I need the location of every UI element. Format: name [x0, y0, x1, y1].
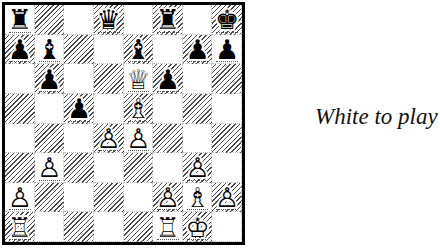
piece-white-rook: ♖ — [156, 213, 180, 242]
chess-board: ♜♛♜♚♟♝♝♟♟♟♕♟♟♗♙♙♙♙♙♙♗♙♖♖♔ — [2, 2, 245, 245]
square-f1[interactable]: ♖ — [153, 212, 183, 242]
square-g5[interactable] — [183, 94, 213, 124]
square-e2[interactable] — [124, 183, 154, 213]
piece-white-pawn: ♙ — [185, 153, 209, 182]
square-h8[interactable]: ♚ — [212, 5, 242, 35]
square-f6[interactable]: ♟ — [153, 64, 183, 94]
square-a8[interactable]: ♜ — [5, 5, 35, 35]
piece-white-pawn: ♙ — [97, 124, 121, 153]
square-g3[interactable]: ♙ — [183, 153, 213, 183]
square-d2[interactable] — [94, 183, 124, 213]
square-h4[interactable] — [212, 124, 242, 154]
square-h7[interactable]: ♟ — [212, 35, 242, 65]
square-a7[interactable]: ♟ — [5, 35, 35, 65]
square-g6[interactable] — [183, 64, 213, 94]
square-c6[interactable] — [64, 64, 94, 94]
piece-black-king: ♚ — [215, 5, 239, 34]
square-e5[interactable]: ♗ — [124, 94, 154, 124]
piece-black-queen: ♛ — [97, 5, 121, 34]
square-f8[interactable]: ♜ — [153, 5, 183, 35]
square-f3[interactable] — [153, 153, 183, 183]
piece-black-pawn: ♟ — [67, 94, 91, 123]
piece-white-rook: ♖ — [8, 213, 32, 242]
square-e1[interactable] — [124, 212, 154, 242]
piece-white-bishop: ♗ — [126, 94, 150, 123]
piece-white-king: ♔ — [185, 213, 209, 242]
square-d1[interactable] — [94, 212, 124, 242]
square-h1[interactable] — [212, 212, 242, 242]
piece-white-pawn: ♙ — [215, 183, 239, 212]
piece-black-rook: ♜ — [156, 5, 180, 34]
square-b2[interactable] — [35, 183, 65, 213]
square-a3[interactable] — [5, 153, 35, 183]
square-b6[interactable]: ♟ — [35, 64, 65, 94]
square-h6[interactable] — [212, 64, 242, 94]
piece-black-pawn: ♟ — [185, 35, 209, 64]
piece-white-pawn: ♙ — [8, 183, 32, 212]
piece-black-pawn: ♟ — [37, 65, 61, 94]
square-b8[interactable] — [35, 5, 65, 35]
square-a1[interactable]: ♖ — [5, 212, 35, 242]
square-a2[interactable]: ♙ — [5, 183, 35, 213]
square-h3[interactable] — [212, 153, 242, 183]
piece-white-pawn: ♙ — [126, 124, 150, 153]
square-c1[interactable] — [64, 212, 94, 242]
screenshot-root: ♜♛♜♚♟♝♝♟♟♟♕♟♟♗♙♙♙♙♙♙♗♙♖♖♔ White to play — [0, 0, 440, 248]
square-b1[interactable] — [35, 212, 65, 242]
square-h5[interactable] — [212, 94, 242, 124]
square-d5[interactable] — [94, 94, 124, 124]
square-c8[interactable] — [64, 5, 94, 35]
square-e4[interactable]: ♙ — [124, 124, 154, 154]
square-f7[interactable] — [153, 35, 183, 65]
piece-white-bishop: ♗ — [185, 183, 209, 212]
square-d7[interactable] — [94, 35, 124, 65]
square-g1[interactable]: ♔ — [183, 212, 213, 242]
piece-white-pawn: ♙ — [156, 183, 180, 212]
piece-black-bishop: ♝ — [37, 35, 61, 64]
piece-white-queen: ♕ — [126, 65, 150, 94]
square-e8[interactable] — [124, 5, 154, 35]
side-to-move-caption: White to play — [315, 104, 438, 130]
square-g4[interactable] — [183, 124, 213, 154]
piece-black-pawn: ♟ — [156, 65, 180, 94]
square-d4[interactable]: ♙ — [94, 124, 124, 154]
square-d3[interactable] — [94, 153, 124, 183]
square-c5[interactable]: ♟ — [64, 94, 94, 124]
square-f5[interactable] — [153, 94, 183, 124]
square-f4[interactable] — [153, 124, 183, 154]
square-c7[interactable] — [64, 35, 94, 65]
square-b7[interactable]: ♝ — [35, 35, 65, 65]
square-e7[interactable]: ♝ — [124, 35, 154, 65]
square-d6[interactable] — [94, 64, 124, 94]
square-g2[interactable]: ♗ — [183, 183, 213, 213]
square-b4[interactable] — [35, 124, 65, 154]
square-c4[interactable] — [64, 124, 94, 154]
piece-black-pawn: ♟ — [8, 35, 32, 64]
piece-black-bishop: ♝ — [126, 35, 150, 64]
square-g7[interactable]: ♟ — [183, 35, 213, 65]
square-d8[interactable]: ♛ — [94, 5, 124, 35]
square-e3[interactable] — [124, 153, 154, 183]
square-b5[interactable] — [35, 94, 65, 124]
piece-black-rook: ♜ — [8, 5, 32, 34]
square-h2[interactable]: ♙ — [212, 183, 242, 213]
square-c2[interactable] — [64, 183, 94, 213]
square-a6[interactable] — [5, 64, 35, 94]
square-c3[interactable] — [64, 153, 94, 183]
square-e6[interactable]: ♕ — [124, 64, 154, 94]
square-g8[interactable] — [183, 5, 213, 35]
square-a5[interactable] — [5, 94, 35, 124]
square-a4[interactable] — [5, 124, 35, 154]
square-b3[interactable]: ♙ — [35, 153, 65, 183]
square-f2[interactable]: ♙ — [153, 183, 183, 213]
piece-black-pawn: ♟ — [215, 35, 239, 64]
piece-white-pawn: ♙ — [37, 153, 61, 182]
